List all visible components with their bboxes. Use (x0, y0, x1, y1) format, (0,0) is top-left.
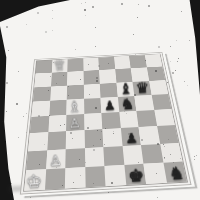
square-b4[interactable] (48, 115, 66, 132)
noise-speck (157, 197, 158, 198)
piece-black-queen[interactable]: ♛ (134, 80, 152, 96)
board-rotation-wrapper: ♕♝♛♗♟♞♙♟♙♔♚♞ (9, 0, 190, 193)
noise-speck (6, 26, 8, 28)
piece-black-knight[interactable]: ♞ (118, 96, 136, 112)
square-d7[interactable] (83, 70, 100, 84)
square-h2[interactable] (160, 143, 183, 163)
square-f8[interactable] (114, 56, 131, 69)
square-a6[interactable] (33, 86, 51, 101)
square-b5[interactable] (49, 100, 67, 116)
square-h3[interactable] (157, 125, 179, 143)
square-c8[interactable] (67, 58, 83, 71)
piece-black-king[interactable]: ♚ (125, 166, 146, 185)
square-f1[interactable]: ♚ (124, 164, 146, 186)
noise-speck (196, 155, 197, 156)
square-b1[interactable] (45, 168, 66, 190)
square-h8[interactable] (144, 54, 162, 67)
square-e1[interactable] (104, 165, 125, 187)
noise-speck (6, 111, 7, 112)
square-a7[interactable] (34, 73, 51, 87)
chess-photo-scene: ♕♝♛♗♟♞♙♟♙♔♚♞ (0, 0, 200, 200)
background-shadow-top-right (184, 0, 200, 95)
piece-black-pawn[interactable]: ♟ (101, 99, 119, 113)
noise-speck (184, 81, 185, 82)
square-h4[interactable] (154, 109, 175, 126)
board-perspective-wrapper: ♕♝♛♗♟♞♙♟♙♔♚♞ (20, 52, 192, 195)
piece-black-pawn[interactable]: ♟ (121, 131, 141, 146)
noise-speck (187, 85, 188, 86)
piece-white-pawn[interactable]: ♙ (65, 117, 84, 131)
square-e5[interactable]: ♟ (101, 97, 119, 113)
square-a5[interactable] (31, 101, 49, 117)
piece-black-knight[interactable]: ♞ (165, 164, 186, 183)
square-a8[interactable] (36, 60, 53, 73)
square-e3[interactable] (102, 128, 122, 147)
square-d2[interactable] (84, 147, 104, 167)
chess-board[interactable]: ♕♝♛♗♟♞♙♟♙♔♚♞ (23, 54, 188, 192)
square-d5[interactable] (84, 98, 102, 114)
noise-speck (194, 156, 195, 157)
square-a4[interactable] (30, 116, 49, 133)
piece-white-bishop[interactable]: ♗ (66, 99, 84, 115)
square-h6[interactable] (149, 80, 168, 95)
noise-speck (6, 82, 8, 84)
noise-speck (108, 192, 109, 193)
square-g6[interactable]: ♛ (132, 81, 151, 96)
piece-white-pawn[interactable]: ♙ (45, 154, 65, 169)
square-b3[interactable] (47, 131, 66, 150)
square-b8[interactable]: ♕ (51, 59, 67, 72)
square-f5[interactable]: ♞ (117, 96, 136, 112)
square-e7[interactable] (99, 69, 116, 83)
square-c4[interactable]: ♙ (66, 114, 84, 131)
square-c1[interactable] (65, 167, 85, 189)
square-f3[interactable]: ♟ (120, 127, 140, 146)
noise-speck (30, 197, 31, 198)
piece-white-king[interactable]: ♔ (23, 172, 44, 191)
noise-speck (189, 40, 190, 41)
square-h1[interactable]: ♞ (163, 161, 187, 182)
square-e4[interactable] (101, 112, 120, 129)
square-c3[interactable] (66, 130, 85, 149)
square-a3[interactable] (28, 132, 48, 151)
square-c5[interactable]: ♗ (66, 99, 83, 115)
noise-speck (8, 50, 9, 51)
square-e6[interactable] (100, 83, 118, 98)
square-d6[interactable] (83, 84, 100, 99)
square-b7[interactable] (51, 72, 68, 86)
piece-white-queen[interactable]: ♕ (51, 58, 68, 73)
square-c7[interactable] (67, 71, 83, 85)
square-e8[interactable] (98, 57, 115, 70)
square-b6[interactable] (50, 85, 67, 100)
square-e2[interactable] (103, 146, 124, 166)
square-d3[interactable] (84, 129, 103, 148)
square-f4[interactable] (119, 111, 139, 128)
square-f2[interactable] (122, 145, 143, 165)
noise-speck (194, 159, 195, 160)
square-d1[interactable] (85, 166, 106, 188)
square-h5[interactable] (151, 94, 171, 110)
square-d4[interactable] (84, 113, 102, 130)
square-c2[interactable] (65, 148, 85, 168)
square-b2[interactable]: ♙ (46, 149, 66, 169)
square-d8[interactable] (83, 58, 99, 71)
square-a2[interactable] (26, 150, 47, 170)
square-a1[interactable]: ♔ (24, 169, 46, 191)
noise-speck (181, 11, 182, 12)
square-h7[interactable] (147, 67, 166, 81)
